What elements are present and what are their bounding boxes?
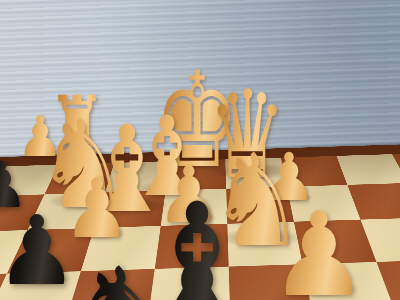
square-g8[interactable] (336, 154, 400, 185)
piece-white-pawn-f5[interactable]: ♟ (270, 197, 369, 300)
chess-photo-scene: ♟♜♞♝♝♚♛♟♟♟♞♟♟♟♝♞ (0, 0, 400, 300)
piece-black-knight-c4[interactable]: ♞ (62, 248, 183, 300)
